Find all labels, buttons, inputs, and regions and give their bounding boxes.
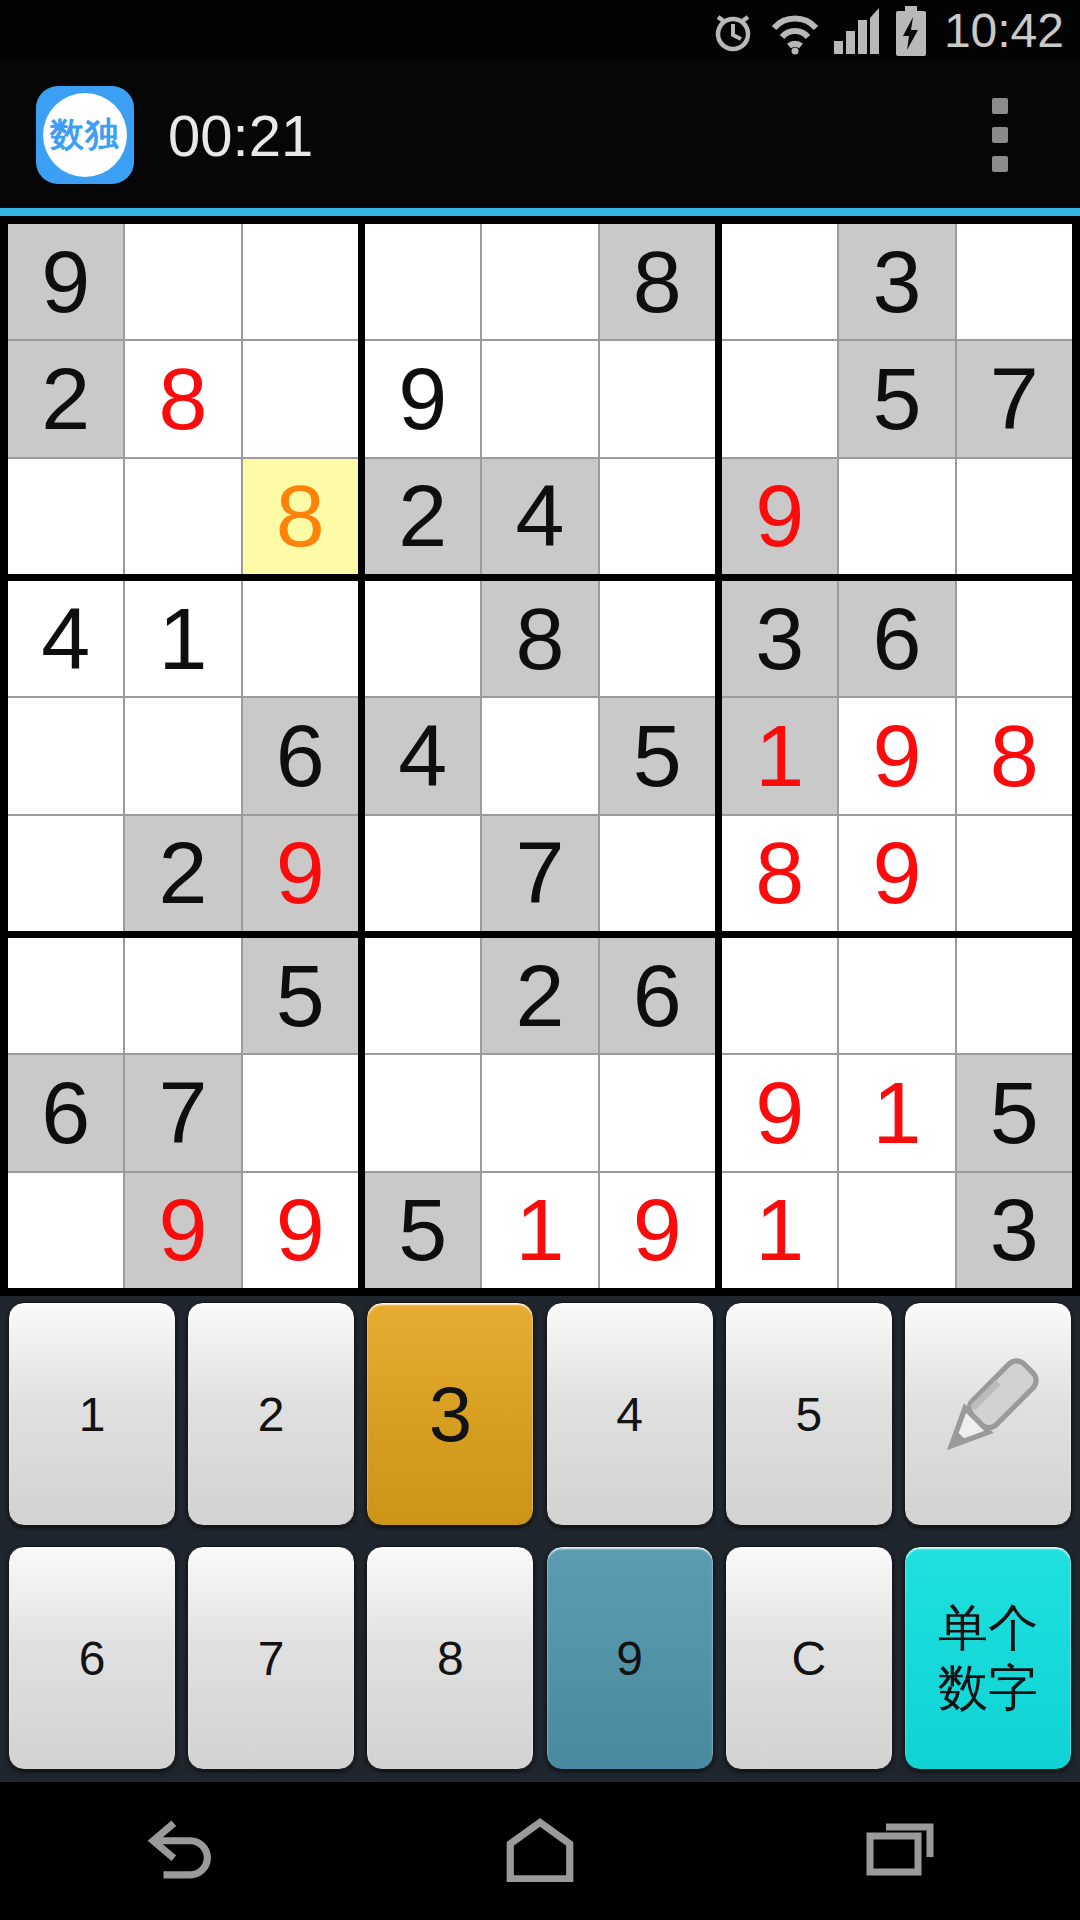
keypad: 12345 6789C单个数字 — [0, 1296, 1080, 1782]
cell-r2c7[interactable] — [722, 341, 837, 456]
box-6: 3619889 — [722, 581, 1072, 931]
keypad-2[interactable]: 2 — [187, 1302, 355, 1526]
cell-r6c5[interactable]: 7 — [482, 816, 597, 931]
cell-r9c1[interactable] — [8, 1173, 123, 1288]
button-label: 5 — [795, 1387, 822, 1442]
cell-r3c1[interactable] — [8, 459, 123, 574]
cell-r5c5[interactable] — [482, 698, 597, 813]
signal-icon — [834, 8, 882, 54]
cell-r2c1[interactable]: 2 — [8, 341, 123, 456]
keypad-8[interactable]: 8 — [366, 1546, 534, 1770]
app-bar: 数独 00:21 — [0, 62, 1080, 208]
cell-r3c4[interactable]: 2 — [365, 459, 480, 574]
box-7: 56799 — [8, 938, 358, 1288]
cell-r5c6[interactable]: 5 — [600, 698, 715, 813]
cell-r4c2[interactable]: 1 — [125, 581, 240, 696]
button-label: 8 — [437, 1631, 464, 1686]
box-5: 8457 — [365, 581, 715, 931]
keypad-5[interactable]: 5 — [725, 1302, 893, 1526]
cell-r9c2[interactable]: 9 — [125, 1173, 240, 1288]
cell-r2c5[interactable] — [482, 341, 597, 456]
cell-r7c9[interactable] — [957, 938, 1072, 1053]
nav-bar — [0, 1782, 1080, 1920]
app-icon: 数独 — [36, 86, 134, 184]
cell-r1c8[interactable]: 3 — [839, 224, 954, 339]
button-label: 4 — [616, 1387, 643, 1442]
cell-r9c3[interactable]: 9 — [243, 1173, 358, 1288]
cell-r6c4[interactable] — [365, 816, 480, 931]
cell-r1c7[interactable] — [722, 224, 837, 339]
box-9: 91513 — [722, 938, 1072, 1288]
cell-r1c3[interactable] — [243, 224, 358, 339]
cell-r9c9[interactable]: 3 — [957, 1173, 1072, 1288]
keypad-3[interactable]: 3 — [366, 1302, 534, 1526]
cell-r7c4[interactable] — [365, 938, 480, 1053]
cell-r2c8[interactable]: 5 — [839, 341, 954, 456]
accent-divider — [0, 208, 1080, 216]
cell-r8c8[interactable]: 1 — [839, 1055, 954, 1170]
cell-r3c3[interactable]: 8 — [243, 459, 358, 574]
cell-r6c3[interactable]: 9 — [243, 816, 358, 931]
clear-button[interactable]: C — [725, 1546, 893, 1770]
cell-r2c4[interactable]: 9 — [365, 341, 480, 456]
cell-r3c8[interactable] — [839, 459, 954, 574]
app-icon-circle: 数独 — [43, 93, 127, 177]
cell-r7c6[interactable]: 6 — [600, 938, 715, 1053]
cell-r3c2[interactable] — [125, 459, 240, 574]
button-label: 3 — [429, 1369, 472, 1460]
cell-r6c7[interactable]: 8 — [722, 816, 837, 931]
cell-r1c5[interactable] — [482, 224, 597, 339]
game-timer: 00:21 — [168, 102, 313, 169]
cell-r6c6[interactable] — [600, 816, 715, 931]
cell-r8c6[interactable] — [600, 1055, 715, 1170]
cell-r6c8[interactable]: 9 — [839, 816, 954, 931]
keypad-7[interactable]: 7 — [187, 1546, 355, 1770]
cell-r4c9[interactable] — [957, 581, 1072, 696]
cell-r7c1[interactable] — [8, 938, 123, 1053]
button-label: 2 — [258, 1387, 285, 1442]
cell-r4c1[interactable]: 4 — [8, 581, 123, 696]
cell-r2c6[interactable] — [600, 341, 715, 456]
cell-r4c8[interactable]: 6 — [839, 581, 954, 696]
cell-r9c8[interactable] — [839, 1173, 954, 1288]
keypad-4[interactable]: 4 — [546, 1302, 714, 1526]
recents-button[interactable] — [720, 1782, 1080, 1920]
cell-r4c7[interactable]: 3 — [722, 581, 837, 696]
cell-r1c2[interactable] — [125, 224, 240, 339]
cell-r8c9[interactable]: 5 — [957, 1055, 1072, 1170]
cell-r5c1[interactable] — [8, 698, 123, 813]
cell-r7c5[interactable]: 2 — [482, 938, 597, 1053]
app-icon-label: 数独 — [50, 112, 120, 158]
cell-r5c7[interactable]: 1 — [722, 698, 837, 813]
cell-r9c4[interactable]: 5 — [365, 1173, 480, 1288]
cell-r2c2[interactable]: 8 — [125, 341, 240, 456]
box-2: 8924 — [365, 224, 715, 574]
pencil-icon — [923, 1344, 1053, 1485]
cell-r5c8[interactable]: 9 — [839, 698, 954, 813]
cell-r5c3[interactable]: 6 — [243, 698, 358, 813]
cell-r6c1[interactable] — [8, 816, 123, 931]
cell-r7c7[interactable] — [722, 938, 837, 1053]
cell-r4c4[interactable] — [365, 581, 480, 696]
cell-r3c9[interactable] — [957, 459, 1072, 574]
cell-r5c9[interactable]: 8 — [957, 698, 1072, 813]
cell-r7c2[interactable] — [125, 938, 240, 1053]
button-label: 单个数字 — [938, 1598, 1038, 1718]
cell-r7c8[interactable] — [839, 938, 954, 1053]
cell-r2c3[interactable] — [243, 341, 358, 456]
cell-r5c4[interactable]: 4 — [365, 698, 480, 813]
cell-r9c7[interactable]: 1 — [722, 1173, 837, 1288]
cell-r5c2[interactable] — [125, 698, 240, 813]
alarm-icon — [710, 8, 756, 54]
home-icon — [500, 1816, 580, 1886]
box-3: 3579 — [722, 224, 1072, 574]
status-time: 10:42 — [944, 7, 1064, 55]
back-icon — [142, 1816, 218, 1886]
cell-r9c5[interactable]: 1 — [482, 1173, 597, 1288]
button-label: 9 — [616, 1631, 643, 1686]
button-label: 7 — [258, 1631, 285, 1686]
box-1: 9288 — [8, 224, 358, 574]
keypad-9[interactable]: 9 — [546, 1546, 714, 1770]
box-4: 41629 — [8, 581, 358, 931]
back-button[interactable] — [0, 1782, 360, 1920]
cell-r8c1[interactable]: 6 — [8, 1055, 123, 1170]
single-number-button[interactable]: 单个数字 — [904, 1546, 1072, 1770]
overflow-menu-icon[interactable] — [982, 88, 1018, 182]
cell-r7c3[interactable]: 5 — [243, 938, 358, 1053]
pencil-button[interactable] — [904, 1302, 1072, 1526]
button-label: 1 — [79, 1387, 106, 1442]
box-8: 26519 — [365, 938, 715, 1288]
cell-r3c6[interactable] — [600, 459, 715, 574]
status-bar: 10:42 — [0, 0, 1080, 62]
keypad-row-2: 6789C单个数字 — [8, 1546, 1072, 1770]
keypad-1[interactable]: 1 — [8, 1302, 176, 1526]
battery-charging-icon — [894, 6, 928, 56]
cell-r1c9[interactable] — [957, 224, 1072, 339]
sudoku-app-screen: 10:42 数独 00:21 9288892435794162984573619… — [0, 0, 1080, 1920]
cell-r1c6[interactable]: 8 — [600, 224, 715, 339]
cell-r3c5[interactable]: 4 — [482, 459, 597, 574]
cell-r3c7[interactable]: 9 — [722, 459, 837, 574]
cell-r4c6[interactable] — [600, 581, 715, 696]
cell-r8c2[interactable]: 7 — [125, 1055, 240, 1170]
cell-r4c5[interactable]: 8 — [482, 581, 597, 696]
cell-r8c5[interactable] — [482, 1055, 597, 1170]
home-button[interactable] — [360, 1782, 720, 1920]
cell-r1c1[interactable]: 9 — [8, 224, 123, 339]
cell-r9c6[interactable]: 9 — [600, 1173, 715, 1288]
wifi-icon — [768, 7, 822, 55]
button-label: C — [791, 1631, 826, 1686]
cell-r1c4[interactable] — [365, 224, 480, 339]
keypad-6[interactable]: 6 — [8, 1546, 176, 1770]
recents-icon — [862, 1818, 938, 1884]
keypad-row-1: 12345 — [8, 1302, 1072, 1526]
cell-r8c7[interactable]: 9 — [722, 1055, 837, 1170]
cell-r8c4[interactable] — [365, 1055, 480, 1170]
cell-r2c9[interactable]: 7 — [957, 341, 1072, 456]
sudoku-board: 9288892435794162984573619889567992651991… — [0, 216, 1080, 1296]
cell-r4c3[interactable] — [243, 581, 358, 696]
button-label: 6 — [79, 1631, 106, 1686]
cell-r8c3[interactable] — [243, 1055, 358, 1170]
cell-r6c9[interactable] — [957, 816, 1072, 931]
cell-r6c2[interactable]: 2 — [125, 816, 240, 931]
